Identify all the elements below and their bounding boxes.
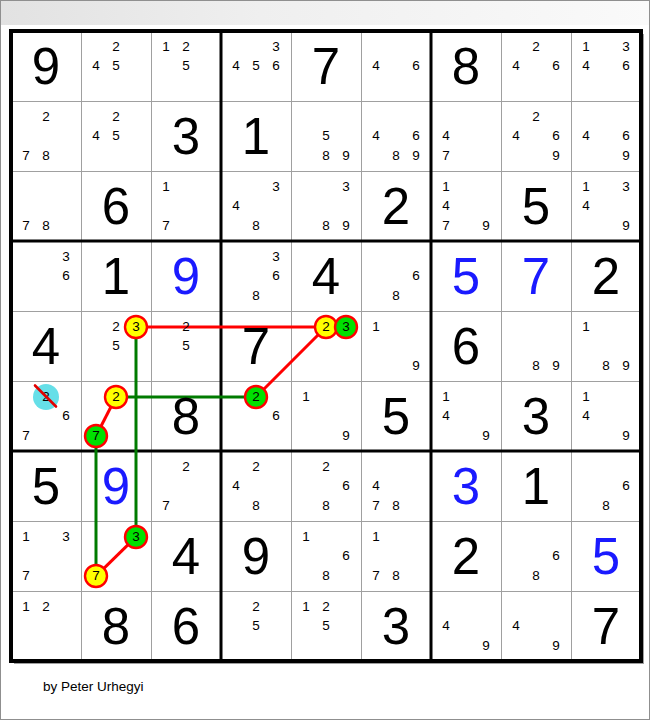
cell-r2c3[interactable]: 3: [151, 101, 221, 171]
given-digit: 9: [221, 521, 291, 591]
candidate-digit[interactable]: 9: [546, 356, 566, 376]
candidate-digit[interactable]: 8: [316, 146, 336, 166]
placed-digit: 5: [431, 241, 501, 311]
placed-digit: 9: [81, 451, 151, 521]
candidate-digit[interactable]: 9: [406, 146, 426, 166]
candidate-digit[interactable]: 7: [366, 496, 386, 516]
candidate-digit[interactable]: 6: [546, 56, 566, 76]
candidate-digit[interactable]: 1: [576, 177, 596, 197]
given-digit: 9: [11, 31, 81, 101]
cell-r5c7[interactable]: 6: [431, 311, 501, 381]
cell-r6c6[interactable]: 5: [361, 381, 431, 451]
cell-r3c9[interactable]: 1349: [571, 171, 641, 241]
candidate-digit[interactable]: 3: [266, 37, 286, 57]
candidate-digit[interactable]: 1: [16, 527, 36, 547]
given-digit: 1: [81, 241, 151, 311]
candidate-digit[interactable]: 2: [106, 387, 126, 407]
given-digit: 6: [151, 591, 221, 661]
candidate-digit[interactable]: 1: [576, 387, 596, 407]
cell-r5c8[interactable]: 89: [501, 311, 571, 381]
candidate-digit[interactable]: 6: [56, 406, 76, 426]
given-digit: 4: [291, 241, 361, 311]
title-bar: [1, 1, 649, 25]
cell-r6c8[interactable]: 3: [501, 381, 571, 451]
candidate-digit[interactable]: 9: [336, 216, 356, 236]
cell-r5c3[interactable]: 25: [151, 311, 221, 381]
cell-r6c5[interactable]: 19: [291, 381, 361, 451]
candidate-digit[interactable]: 3: [336, 317, 356, 337]
cell-r7c2[interactable]: 9: [81, 451, 151, 521]
candidate-digit[interactable]: 2: [526, 107, 546, 127]
given-digit: 4: [11, 311, 81, 381]
candidate-digit[interactable]: 1: [436, 387, 456, 407]
candidate-digit[interactable]: 2: [106, 37, 126, 57]
given-digit: 3: [501, 381, 571, 451]
candidate-digit[interactable]: 3: [616, 177, 636, 197]
candidate-digit[interactable]: 5: [106, 336, 126, 356]
candidate-digit[interactable]: 5: [176, 336, 196, 356]
candidate-digit[interactable]: 4: [226, 196, 246, 216]
candidate-digit[interactable]: 8: [316, 496, 336, 516]
candidate-digit[interactable]: 3: [126, 527, 146, 547]
cell-r9c9[interactable]: 7: [571, 591, 641, 661]
candidate-digit[interactable]: 4: [366, 126, 386, 146]
cell-r4c7[interactable]: 5: [431, 241, 501, 311]
candidate-digit[interactable]: 4: [366, 476, 386, 496]
candidate-digit[interactable]: 4: [506, 126, 526, 146]
cell-r8c5[interactable]: 168: [291, 521, 361, 591]
cell-r2c1[interactable]: 278: [11, 101, 81, 171]
cell-r7c1[interactable]: 5: [11, 451, 81, 521]
given-digit: 5: [361, 381, 431, 451]
candidate-digit[interactable]: 6: [266, 266, 286, 286]
candidate-digit[interactable]: 6: [546, 546, 566, 566]
placed-digit: 7: [501, 241, 571, 311]
candidate-digit[interactable]: 4: [506, 56, 526, 76]
candidate-digit[interactable]: 1: [576, 317, 596, 337]
cell-r9c8[interactable]: 49: [501, 591, 571, 661]
cell-r6c7[interactable]: 149: [431, 381, 501, 451]
cell-r9c6[interactable]: 3: [361, 591, 431, 661]
candidate-digit[interactable]: 5: [316, 616, 336, 636]
given-digit: 7: [571, 591, 641, 661]
cell-r3c2[interactable]: 6: [81, 171, 151, 241]
cell-r3c6[interactable]: 2: [361, 171, 431, 241]
candidate-digit[interactable]: 9: [616, 356, 636, 376]
candidate-digit[interactable]: 9: [336, 146, 356, 166]
candidate-digit[interactable]: 4: [436, 616, 456, 636]
cell-r2c4[interactable]: 1: [221, 101, 291, 171]
cell-r4c8[interactable]: 7: [501, 241, 571, 311]
candidate-digit[interactable]: 6: [266, 406, 286, 426]
cell-r7c6[interactable]: 478: [361, 451, 431, 521]
candidate-digit[interactable]: 4: [576, 406, 596, 426]
candidate-digit[interactable]: 7: [156, 496, 176, 516]
candidate-digit[interactable]: 1: [366, 527, 386, 547]
candidate-digit[interactable]: 2: [106, 107, 126, 127]
candidate-digit[interactable]: 4: [506, 616, 526, 636]
candidate-digit[interactable]: 4: [576, 196, 596, 216]
cell-r2c8[interactable]: 2469: [501, 101, 571, 171]
cell-r7c7[interactable]: 3: [431, 451, 501, 521]
given-digit: 2: [571, 241, 641, 311]
candidate-digit[interactable]: 3: [56, 527, 76, 547]
given-digit: 5: [11, 451, 81, 521]
candidate-digit[interactable]: 8: [246, 216, 266, 236]
candidate-digit[interactable]: 8: [316, 566, 336, 586]
candidate-digit[interactable]: 5: [246, 616, 266, 636]
cell-r7c8[interactable]: 1: [501, 451, 571, 521]
candidate-digit[interactable]: 2: [246, 457, 266, 477]
candidate-digit[interactable]: 8: [386, 496, 406, 516]
candidate-digit[interactable]: 4: [576, 56, 596, 76]
sudoku-board: 9245125345674682461346278245315894689472…: [11, 31, 641, 661]
given-digit: 1: [221, 101, 291, 171]
candidate-digit[interactable]: 2: [36, 107, 56, 127]
candidate-digit[interactable]: 7: [16, 426, 36, 446]
cell-r1c2[interactable]: 245: [81, 31, 151, 101]
candidate-digit[interactable]: 6: [546, 126, 566, 146]
candidate-digit[interactable]: 7: [156, 216, 176, 236]
cell-r3c8[interactable]: 5: [501, 171, 571, 241]
candidate-digit[interactable]: 8: [596, 496, 616, 516]
cell-r3c7[interactable]: 1479: [431, 171, 501, 241]
cell-r5c5[interactable]: 23: [291, 311, 361, 381]
cell-r7c3[interactable]: 27: [151, 451, 221, 521]
cell-r5c2[interactable]: 235: [81, 311, 151, 381]
candidate-digit[interactable]: 7: [86, 566, 106, 586]
candidate-digit[interactable]: 1: [436, 177, 456, 197]
cell-r1c7[interactable]: 8: [431, 31, 501, 101]
candidate-digit[interactable]: 6: [336, 476, 356, 496]
candidate-digit[interactable]: 2: [526, 37, 546, 57]
candidate-digit[interactable]: 8: [386, 146, 406, 166]
candidate-digit[interactable]: 4: [86, 126, 106, 146]
cell-r2c7[interactable]: 47: [431, 101, 501, 171]
cell-r4c4[interactable]: 368: [221, 241, 291, 311]
candidate-digit[interactable]: 3: [126, 317, 146, 337]
given-digit: 5: [501, 171, 571, 241]
cell-r8c6[interactable]: 178: [361, 521, 431, 591]
candidate-digit[interactable]: 9: [336, 426, 356, 446]
candidate-digit[interactable]: 1: [296, 597, 316, 617]
candidate-digit[interactable]: 1: [296, 387, 316, 407]
candidate-digit[interactable]: 4: [436, 406, 456, 426]
candidate-digit[interactable]: 9: [616, 216, 636, 236]
candidate-digit[interactable]: 8: [386, 286, 406, 306]
candidate-digit[interactable]: 6: [406, 266, 426, 286]
given-digit: 8: [81, 591, 151, 661]
cell-r2c2[interactable]: 245: [81, 101, 151, 171]
cell-r9c2[interactable]: 8: [81, 591, 151, 661]
candidate-digit[interactable]: 8: [246, 286, 266, 306]
candidate-digit[interactable]: 6: [616, 126, 636, 146]
candidate-digit[interactable]: 9: [476, 216, 496, 236]
cell-r9c1[interactable]: 12: [11, 591, 81, 661]
cell-r5c6[interactable]: 19: [361, 311, 431, 381]
cell-r9c3[interactable]: 6: [151, 591, 221, 661]
cell-r1c9[interactable]: 1346: [571, 31, 641, 101]
candidate-digit[interactable]: 8: [246, 496, 266, 516]
given-digit: 3: [151, 101, 221, 171]
candidate-digit[interactable]: 9: [406, 356, 426, 376]
cell-r8c4[interactable]: 9: [221, 521, 291, 591]
candidate-digit[interactable]: 7: [16, 566, 36, 586]
candidate-digit[interactable]: 2: [316, 317, 336, 337]
cell-r9c4[interactable]: 25: [221, 591, 291, 661]
candidate-digit[interactable]: 5: [106, 126, 126, 146]
cell-r6c3[interactable]: 8: [151, 381, 221, 451]
cell-r1c1[interactable]: 9: [11, 31, 81, 101]
cell-r8c1[interactable]: 137: [11, 521, 81, 591]
given-digit: 2: [431, 521, 501, 591]
candidate-digit[interactable]: 4: [226, 56, 246, 76]
cell-r3c1[interactable]: 78: [11, 171, 81, 241]
candidate-digit[interactable]: 2: [176, 317, 196, 337]
candidate-digit[interactable]: 3: [616, 37, 636, 57]
cell-r9c5[interactable]: 125: [291, 591, 361, 661]
cell-r4c6[interactable]: 68: [361, 241, 431, 311]
candidate-digit[interactable]: 2: [246, 387, 266, 407]
candidate-digit[interactable]: 9: [546, 636, 566, 656]
cell-r8c7[interactable]: 2: [431, 521, 501, 591]
candidate-digit[interactable]: 2: [316, 597, 336, 617]
candidate-digit[interactable]: 6: [266, 56, 286, 76]
placed-digit: 9: [151, 241, 221, 311]
candidate-digit[interactable]: 7: [86, 426, 106, 446]
candidate-digit[interactable]: 7: [16, 216, 36, 236]
given-digit: 6: [81, 171, 151, 241]
candidate-digit[interactable]: 6: [406, 56, 426, 76]
candidate-digit[interactable]: 2: [176, 457, 196, 477]
cell-r6c4[interactable]: 26: [221, 381, 291, 451]
cell-r3c5[interactable]: 389: [291, 171, 361, 241]
candidate-digit[interactable]: 3: [266, 247, 286, 267]
candidate-digit[interactable]: 5: [246, 56, 266, 76]
cell-r4c2[interactable]: 1: [81, 241, 151, 311]
candidate-digit[interactable]: 9: [476, 426, 496, 446]
cell-r1c5[interactable]: 7: [291, 31, 361, 101]
candidate-digit[interactable]: 1: [16, 597, 36, 617]
candidate-digit[interactable]: 8: [596, 356, 616, 376]
candidate-digit[interactable]: 7: [366, 566, 386, 586]
cell-r1c6[interactable]: 46: [361, 31, 431, 101]
candidate-digit[interactable]: 7: [436, 216, 456, 236]
cell-r6c2[interactable]: 27: [81, 381, 151, 451]
candidate-digit[interactable]: 2: [36, 387, 56, 407]
candidate-digit[interactable]: 7: [16, 146, 36, 166]
candidate-digit[interactable]: 8: [316, 216, 336, 236]
candidate-digit[interactable]: 5: [106, 56, 126, 76]
cell-r3c4[interactable]: 348: [221, 171, 291, 241]
candidate-digit[interactable]: 6: [336, 546, 356, 566]
candidate-digit[interactable]: 6: [616, 476, 636, 496]
cell-r7c9[interactable]: 68: [571, 451, 641, 521]
candidate-digit[interactable]: 5: [316, 126, 336, 146]
placed-digit: 3: [431, 451, 501, 521]
candidate-digit[interactable]: 8: [526, 566, 546, 586]
footer-credit: by Peter Urhegyi: [43, 679, 144, 694]
app-window: 9245125345674682461346278245315894689472…: [0, 0, 650, 720]
cell-r6c9[interactable]: 149: [571, 381, 641, 451]
given-digit: 8: [431, 31, 501, 101]
cell-r4c1[interactable]: 36: [11, 241, 81, 311]
candidate-digit[interactable]: 2: [36, 597, 56, 617]
candidate-digit[interactable]: 4: [366, 56, 386, 76]
cell-r1c8[interactable]: 246: [501, 31, 571, 101]
candidate-digit[interactable]: 8: [36, 216, 56, 236]
candidate-digit[interactable]: 2: [246, 597, 266, 617]
candidate-digit[interactable]: 8: [526, 356, 546, 376]
candidate-digit[interactable]: 4: [436, 196, 456, 216]
candidate-digit[interactable]: 1: [576, 37, 596, 57]
candidate-digit[interactable]: 1: [296, 527, 316, 547]
candidate-digit[interactable]: 3: [336, 177, 356, 197]
cell-r4c3[interactable]: 9: [151, 241, 221, 311]
given-digit: 7: [291, 31, 361, 101]
candidate-digit[interactable]: 9: [616, 146, 636, 166]
cell-r4c5[interactable]: 4: [291, 241, 361, 311]
cell-r8c2[interactable]: 37: [81, 521, 151, 591]
candidate-digit[interactable]: 8: [386, 566, 406, 586]
candidate-digit[interactable]: 9: [476, 636, 496, 656]
candidate-digit[interactable]: 4: [576, 126, 596, 146]
candidate-digit[interactable]: 4: [86, 56, 106, 76]
cell-r2c9[interactable]: 469: [571, 101, 641, 171]
candidate-digit[interactable]: 2: [176, 37, 196, 57]
cell-r8c3[interactable]: 4: [151, 521, 221, 591]
cell-r1c3[interactable]: 125: [151, 31, 221, 101]
cell-r5c1[interactable]: 4: [11, 311, 81, 381]
cell-r3c3[interactable]: 17: [151, 171, 221, 241]
given-digit: 4: [151, 521, 221, 591]
candidate-digit[interactable]: 6: [56, 266, 76, 286]
candidate-digit[interactable]: 4: [226, 476, 246, 496]
given-digit: 2: [361, 171, 431, 241]
cell-r5c4[interactable]: 7: [221, 311, 291, 381]
cell-r7c5[interactable]: 268: [291, 451, 361, 521]
cells-layer: 9245125345674682461346278245315894689472…: [11, 31, 641, 661]
candidate-digit[interactable]: 9: [546, 146, 566, 166]
cell-r2c5[interactable]: 589: [291, 101, 361, 171]
candidate-digit[interactable]: 1: [156, 37, 176, 57]
candidate-digit[interactable]: 7: [436, 146, 456, 166]
given-digit: 3: [361, 591, 431, 661]
given-digit: 8: [151, 381, 221, 451]
cell-r6c1[interactable]: 267: [11, 381, 81, 451]
cell-r2c6[interactable]: 4689: [361, 101, 431, 171]
cell-r1c4[interactable]: 3456: [221, 31, 291, 101]
cell-r4c9[interactable]: 2: [571, 241, 641, 311]
candidate-digit[interactable]: 1: [366, 317, 386, 337]
candidate-digit[interactable]: 8: [36, 146, 56, 166]
given-digit: 7: [221, 311, 291, 381]
candidate-digit[interactable]: 3: [56, 247, 76, 267]
cell-r7c4[interactable]: 248: [221, 451, 291, 521]
candidate-digit[interactable]: 3: [266, 177, 286, 197]
candidate-digit[interactable]: 9: [616, 426, 636, 446]
cell-r9c7[interactable]: 49: [431, 591, 501, 661]
candidate-digit[interactable]: 6: [406, 126, 426, 146]
given-digit: 1: [501, 451, 571, 521]
candidate-digit[interactable]: 6: [616, 56, 636, 76]
given-digit: 6: [431, 311, 501, 381]
cell-r8c9[interactable]: 5: [571, 521, 641, 591]
candidate-digit[interactable]: 5: [176, 56, 196, 76]
candidate-digit[interactable]: 2: [316, 457, 336, 477]
candidate-digit[interactable]: 1: [156, 177, 176, 197]
cell-r5c9[interactable]: 189: [571, 311, 641, 381]
cell-r8c8[interactable]: 68: [501, 521, 571, 591]
placed-digit: 5: [571, 521, 641, 591]
candidate-digit[interactable]: 2: [106, 317, 126, 337]
candidate-digit[interactable]: 4: [436, 126, 456, 146]
